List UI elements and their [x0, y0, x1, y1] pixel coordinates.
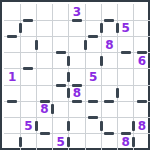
cell-r6c3[interactable] — [36, 85, 52, 101]
cell-r6c8[interactable] — [118, 85, 134, 101]
cell-r4c7[interactable] — [101, 53, 117, 69]
consecutive-bar-h-r5-c4 — [56, 84, 66, 87]
consecutive-bar-h-r6-c3 — [40, 100, 50, 103]
consecutive-bar-v-r6-c7 — [116, 88, 119, 98]
consecutive-bar-h-r6-c9 — [137, 100, 147, 103]
cell-r3c1[interactable] — [4, 36, 20, 52]
cell-r5c3[interactable] — [36, 69, 52, 85]
cell-r5c5[interactable] — [69, 69, 85, 85]
consecutive-bar-h-r5-c5 — [72, 84, 82, 87]
consecutive-bar-v-r4-c4 — [67, 56, 70, 66]
cell-r3c3[interactable] — [36, 36, 52, 52]
cell-r5c8[interactable] — [118, 69, 134, 85]
consecutive-bar-v-r2-c6 — [100, 23, 103, 33]
cell-r2c8[interactable]: 5 — [118, 20, 134, 36]
cell-r5c1[interactable]: 1 — [4, 69, 20, 85]
cell-r1c4[interactable] — [53, 4, 69, 20]
consecutive-bar-v-r7-c3 — [51, 104, 54, 114]
cell-r4c5[interactable] — [69, 53, 85, 69]
consecutive-bar-h-r8-c3 — [40, 132, 50, 135]
cell-r9c6[interactable] — [85, 134, 101, 150]
consecutive-bar-h-r6-c7 — [104, 100, 114, 103]
cell-r2c9[interactable] — [134, 20, 150, 36]
cell-r1c5[interactable]: 3 — [69, 4, 85, 20]
cell-r5c2[interactable] — [20, 69, 36, 85]
cell-r7c7[interactable] — [101, 101, 117, 117]
cell-r3c5[interactable] — [69, 36, 85, 52]
consecutive-bar-h-r8-c7 — [104, 132, 114, 135]
consecutive-bar-v-r4-c6 — [100, 56, 103, 66]
consecutive-bar-v-r2-c7 — [116, 23, 119, 33]
cell-r1c6[interactable] — [85, 4, 101, 20]
cell-r2c2[interactable] — [20, 20, 36, 36]
cell-r4c9[interactable]: 6 — [134, 53, 150, 69]
cell-r2c5[interactable] — [69, 20, 85, 36]
cell-r4c3[interactable] — [36, 53, 52, 69]
cell-r9c5[interactable] — [69, 134, 85, 150]
consecutive-bar-v-r8-c6 — [100, 121, 103, 131]
cell-r7c2[interactable] — [20, 101, 36, 117]
cell-r5c7[interactable] — [101, 69, 117, 85]
cell-r5c9[interactable] — [134, 69, 150, 85]
consecutive-bar-h-r3-c9 — [137, 51, 147, 54]
consecutive-bar-h-r6-c5 — [72, 100, 82, 103]
consecutive-bar-h-r7-c6 — [88, 116, 98, 119]
cell-r8c5[interactable] — [69, 118, 85, 134]
consecutive-bar-h-r2-c6 — [88, 35, 98, 38]
consecutive-bar-h-r3-c4 — [56, 51, 66, 54]
cell-r1c7[interactable] — [101, 4, 117, 20]
cell-r4c6[interactable] — [85, 53, 101, 69]
cell-r9c7[interactable] — [101, 134, 117, 150]
consecutive-bar-v-r3-c2 — [35, 40, 38, 50]
cell-r7c1[interactable] — [4, 101, 20, 117]
consecutive-bar-h-r1-c2 — [23, 19, 33, 22]
consecutive-bar-v-r5-c4 — [67, 72, 70, 82]
cell-r5c6[interactable]: 5 — [85, 69, 101, 85]
cell-r6c6[interactable] — [85, 85, 101, 101]
cell-r7c4[interactable] — [53, 101, 69, 117]
consecutive-bar-h-r1-c5 — [72, 19, 82, 22]
cell-r3c6[interactable] — [85, 36, 101, 52]
cell-r3c7[interactable]: 8 — [101, 36, 117, 52]
cell-r7c5[interactable] — [69, 101, 85, 117]
cell-r1c3[interactable] — [36, 4, 52, 20]
consecutive-bar-v-r8-c4 — [67, 121, 70, 131]
cell-r6c2[interactable] — [20, 85, 36, 101]
cell-r2c3[interactable] — [36, 20, 52, 36]
consecutive-bar-v-r9-c8 — [132, 137, 135, 147]
cell-r1c2[interactable] — [20, 4, 36, 20]
cell-r4c1[interactable] — [4, 53, 20, 69]
consecutive-bar-v-r8-c8 — [132, 121, 135, 131]
consecutive-bar-h-r2-c1 — [7, 35, 17, 38]
consecutive-bar-h-r6-c6 — [88, 100, 98, 103]
consecutive-bar-h-r8-c8 — [121, 132, 131, 135]
consecutive-bar-v-r3-c5 — [84, 40, 87, 50]
cell-r9c9[interactable] — [134, 134, 150, 150]
consecutive-bar-v-r9-c1 — [19, 137, 22, 147]
cell-r9c3[interactable] — [36, 134, 52, 150]
cell-r1c8[interactable] — [118, 4, 134, 20]
cell-r4c8[interactable] — [118, 53, 134, 69]
cell-r8c9[interactable]: 8 — [134, 118, 150, 134]
cell-r6c9[interactable] — [134, 85, 150, 101]
consecutive-bar-h-r6-c1 — [7, 100, 17, 103]
cell-r8c6[interactable] — [85, 118, 101, 134]
cell-r6c1[interactable] — [4, 85, 20, 101]
puzzle-board: 358615885858 — [0, 0, 150, 150]
cell-r9c2[interactable] — [20, 134, 36, 150]
cell-r6c5[interactable]: 8 — [69, 85, 85, 101]
cell-r1c9[interactable] — [134, 4, 150, 20]
cell-r2c4[interactable] — [53, 20, 69, 36]
consecutive-bar-v-r2-c1 — [19, 23, 22, 33]
consecutive-bar-v-r8-c2 — [35, 121, 38, 131]
consecutive-bar-v-r6-c4 — [67, 88, 70, 98]
cell-r7c8[interactable] — [118, 101, 134, 117]
cell-r7c9[interactable] — [134, 101, 150, 117]
consecutive-bar-h-r4-c2 — [23, 67, 33, 70]
consecutive-bar-v-r9-c4 — [67, 137, 70, 147]
cell-r9c1[interactable] — [4, 134, 20, 150]
cell-r1c1[interactable] — [4, 4, 20, 20]
consecutive-bar-h-r1-c7 — [104, 19, 114, 22]
cell-r8c1[interactable] — [4, 118, 20, 134]
consecutive-bar-h-r3-c8 — [121, 51, 131, 54]
